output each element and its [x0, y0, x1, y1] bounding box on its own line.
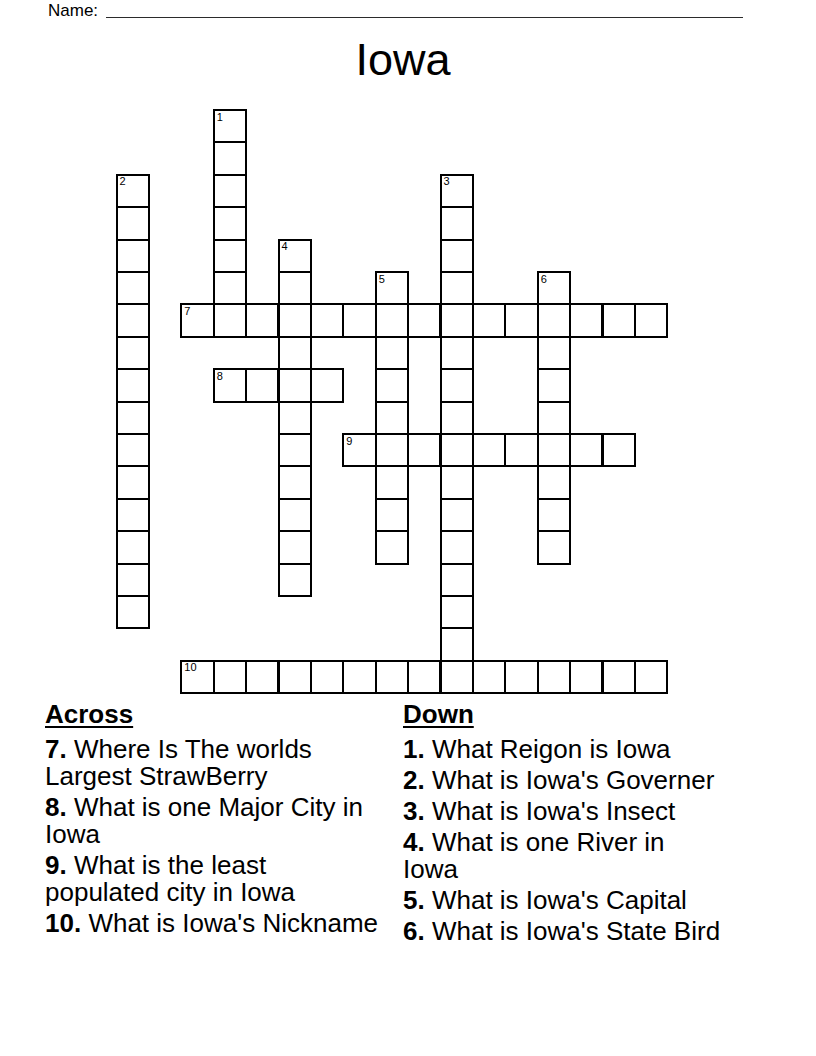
grid-cell-r11c13[interactable]: [537, 465, 571, 499]
grid-cell-r6c12[interactable]: [504, 303, 538, 337]
grid-cell-r12c5[interactable]: [278, 498, 312, 532]
grid-cell-r17c7[interactable]: [342, 660, 376, 694]
grid-cell-r17c11[interactable]: [472, 660, 506, 694]
clue-text: What Reigon is Iowa: [432, 734, 670, 764]
grid-cell-r10c12[interactable]: [504, 433, 538, 467]
grid-cell-r1c3[interactable]: [213, 141, 247, 175]
clue-number-label: 6.: [403, 916, 425, 946]
grid-cell-r3c3[interactable]: [213, 206, 247, 240]
grid-cell-r17c3[interactable]: [213, 660, 247, 694]
grid-cell-r8c8[interactable]: [375, 368, 409, 402]
grid-cell-r17c14[interactable]: [569, 660, 603, 694]
clue-text: What is Iowa's Capital: [432, 885, 687, 915]
grid-cell-r6c5[interactable]: [278, 303, 312, 337]
down-clue-1: 1. What Reigon is Iowa: [403, 736, 725, 763]
grid-cell-r8c5[interactable]: [278, 368, 312, 402]
grid-cell-r4c3[interactable]: [213, 239, 247, 273]
grid-cell-r11c0[interactable]: [116, 465, 150, 499]
grid-cell-r6c7[interactable]: [342, 303, 376, 337]
cell-clue-number: 3: [444, 176, 450, 187]
clue-text: What is one River in Iowa: [403, 827, 665, 884]
clue-text: What is Iowa's Governer: [432, 765, 714, 795]
grid-cell-r6c10[interactable]: [440, 303, 474, 337]
cell-clue-number: 7: [184, 306, 190, 317]
grid-cell-r15c10[interactable]: [440, 595, 474, 629]
down-clue-5: 5. What is Iowa's Capital: [403, 887, 725, 914]
grid-cell-r5c0[interactable]: [116, 271, 150, 305]
grid-cell-r10c13[interactable]: [537, 433, 571, 467]
grid-cell-r6c16[interactable]: [634, 303, 668, 337]
grid-cell-r2c3[interactable]: [213, 174, 247, 208]
grid-cell-r12c10[interactable]: [440, 498, 474, 532]
grid-cell-r10c9[interactable]: [407, 433, 441, 467]
clue-number-label: 1.: [403, 734, 425, 764]
puzzle-title: Iowa: [0, 37, 806, 82]
clue-number-label: 2.: [403, 765, 425, 795]
grid-cell-r6c6[interactable]: [310, 303, 344, 337]
grid-cell-r8c0[interactable]: [116, 368, 150, 402]
grid-cell-r6c11[interactable]: [472, 303, 506, 337]
grid-cell-r7c10[interactable]: [440, 336, 474, 370]
grid-cell-r9c0[interactable]: [116, 401, 150, 435]
grid-cell-r10c14[interactable]: [569, 433, 603, 467]
cell-clue-number: 8: [217, 371, 223, 382]
grid-cell-r13c0[interactable]: [116, 530, 150, 564]
clue-number-label: 3.: [403, 796, 425, 826]
grid-cell-r10c10[interactable]: [440, 433, 474, 467]
grid-cell-r11c10[interactable]: [440, 465, 474, 499]
grid-cell-r17c6[interactable]: [310, 660, 344, 694]
grid-cell-r10c7[interactable]: 9: [342, 433, 376, 467]
grid-cell-r8c4[interactable]: [245, 368, 279, 402]
grid-cell-r6c13[interactable]: [537, 303, 571, 337]
across-clue-10: 10. What is Iowa's Nickname: [45, 910, 386, 937]
grid-cell-r14c5[interactable]: [278, 563, 312, 597]
clue-text: What is one Major City in Iowa: [45, 792, 363, 849]
grid-cell-r13c8[interactable]: [375, 530, 409, 564]
grid-cell-r2c10[interactable]: 3: [440, 174, 474, 208]
grid-cell-r8c6[interactable]: [310, 368, 344, 402]
grid-cell-r4c0[interactable]: [116, 239, 150, 273]
grid-cell-r17c15[interactable]: [602, 660, 636, 694]
grid-cell-r6c14[interactable]: [569, 303, 603, 337]
down-clue-2: 2. What is Iowa's Governer: [403, 767, 725, 794]
grid-cell-r10c0[interactable]: [116, 433, 150, 467]
grid-cell-r17c16[interactable]: [634, 660, 668, 694]
grid-cell-r11c5[interactable]: [278, 465, 312, 499]
grid-cell-r6c0[interactable]: [116, 303, 150, 337]
clue-number-label: 7.: [45, 734, 67, 764]
grid-cell-r17c4[interactable]: [245, 660, 279, 694]
grid-cell-r17c13[interactable]: [537, 660, 571, 694]
name-label: Name:: [48, 2, 98, 19]
grid-cell-r7c13[interactable]: [537, 336, 571, 370]
grid-cell-r10c15[interactable]: [602, 433, 636, 467]
clue-number-label: 10.: [45, 908, 81, 938]
grid-cell-r17c9[interactable]: [407, 660, 441, 694]
clue-text: What is Iowa's Nickname: [88, 908, 378, 938]
grid-cell-r5c8[interactable]: 5: [375, 271, 409, 305]
grid-cell-r13c5[interactable]: [278, 530, 312, 564]
grid-cell-r2c0[interactable]: 2: [116, 174, 150, 208]
grid-cell-r11c8[interactable]: [375, 465, 409, 499]
grid-cell-r8c3[interactable]: 8: [213, 368, 247, 402]
grid-cell-r8c10[interactable]: [440, 368, 474, 402]
grid-cell-r10c5[interactable]: [278, 433, 312, 467]
crossword-worksheet: Name: Iowa 12345678910 Across 7. Where I…: [0, 0, 816, 1056]
cell-clue-number: 4: [282, 241, 288, 252]
grid-cell-r8c13[interactable]: [537, 368, 571, 402]
grid-cell-r6c4[interactable]: [245, 303, 279, 337]
grid-cell-r15c0[interactable]: [116, 595, 150, 629]
across-clue-7: 7. Where Is The worlds Largest StrawBerr…: [45, 736, 386, 790]
grid-cell-r10c11[interactable]: [472, 433, 506, 467]
cell-clue-number: 2: [120, 176, 126, 187]
grid-cell-r14c0[interactable]: [116, 563, 150, 597]
across-clues-section: Across 7. Where Is The worlds Largest St…: [45, 700, 386, 941]
grid-cell-r4c5[interactable]: 4: [278, 239, 312, 273]
grid-cell-r6c9[interactable]: [407, 303, 441, 337]
grid-cell-r9c13[interactable]: [537, 401, 571, 435]
grid-cell-r5c5[interactable]: [278, 271, 312, 305]
grid-cell-r17c10[interactable]: [440, 660, 474, 694]
grid-cell-r12c0[interactable]: [116, 498, 150, 532]
grid-cell-r4c10[interactable]: [440, 239, 474, 273]
grid-cell-r9c8[interactable]: [375, 401, 409, 435]
down-clues-section: Down 1. What Reigon is Iowa 2. What is I…: [403, 700, 725, 949]
grid-cell-r5c10[interactable]: [440, 271, 474, 305]
grid-cell-r9c5[interactable]: [278, 401, 312, 435]
grid-cell-r13c10[interactable]: [440, 530, 474, 564]
grid-cell-r6c3[interactable]: [213, 303, 247, 337]
grid-cell-r6c15[interactable]: [602, 303, 636, 337]
across-heading: Across: [45, 700, 386, 728]
across-clue-9: 9. What is the least populated city in I…: [45, 852, 386, 906]
grid-cell-r17c12[interactable]: [504, 660, 538, 694]
grid-cell-r17c8[interactable]: [375, 660, 409, 694]
clue-number-label: 9.: [45, 850, 67, 880]
grid-cell-r6c8[interactable]: [375, 303, 409, 337]
grid-cell-r0c3[interactable]: 1: [213, 109, 247, 143]
clue-text: What is the least populated city in Iowa: [45, 850, 295, 907]
grid-cell-r10c8[interactable]: [375, 433, 409, 467]
grid-cell-r14c10[interactable]: [440, 563, 474, 597]
cell-clue-number: 10: [184, 662, 196, 673]
grid-cell-r7c8[interactable]: [375, 336, 409, 370]
grid-cell-r16c10[interactable]: [440, 627, 474, 661]
down-clue-6: 6. What is Iowa's State Bird: [403, 918, 725, 945]
clue-text: What is Iowa's State Bird: [432, 916, 720, 946]
clue-number-label: 8.: [45, 792, 67, 822]
cell-clue-number: 9: [346, 436, 352, 447]
cell-clue-number: 5: [379, 274, 385, 285]
grid-cell-r12c13[interactable]: [537, 498, 571, 532]
cell-clue-number: 1: [217, 112, 223, 123]
grid-cell-r3c0[interactable]: [116, 206, 150, 240]
grid-cell-r9c10[interactable]: [440, 401, 474, 435]
grid-cell-r5c3[interactable]: [213, 271, 247, 305]
cell-clue-number: 6: [541, 274, 547, 285]
grid-cell-r3c10[interactable]: [440, 206, 474, 240]
down-clue-3: 3. What is Iowa's Insect: [403, 798, 725, 825]
grid-cell-r17c5[interactable]: [278, 660, 312, 694]
grid-cell-r13c13[interactable]: [537, 530, 571, 564]
clue-text: What is Iowa's Insect: [432, 796, 675, 826]
grid-cell-r12c8[interactable]: [375, 498, 409, 532]
grid-cell-r7c0[interactable]: [116, 336, 150, 370]
grid-cell-r7c5[interactable]: [278, 336, 312, 370]
down-heading: Down: [403, 700, 725, 728]
name-fill-in-line[interactable]: [106, 0, 743, 18]
grid-cell-r17c2[interactable]: 10: [180, 660, 214, 694]
across-clue-8: 8. What is one Major City in Iowa: [45, 794, 386, 848]
clue-number-label: 5.: [403, 885, 425, 915]
clue-text: Where Is The worlds Largest StrawBerry: [45, 734, 312, 791]
down-clue-4: 4. What is one River in Iowa: [403, 829, 725, 883]
grid-cell-r6c2[interactable]: 7: [180, 303, 214, 337]
clue-number-label: 4.: [403, 827, 425, 857]
grid-cell-r5c13[interactable]: 6: [537, 271, 571, 305]
